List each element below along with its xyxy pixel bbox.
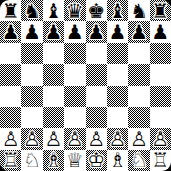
white-knight[interactable]: ♞♘ <box>21 150 42 171</box>
square-f7[interactable]: ♟ <box>107 21 128 42</box>
white-pawn[interactable]: ♟♙ <box>43 128 64 149</box>
piece-outline: ♙ <box>86 128 107 149</box>
piece-outline: ♙ <box>21 128 42 149</box>
square-g4[interactable] <box>128 86 149 107</box>
square-g8[interactable]: ♞ <box>128 0 149 21</box>
square-h7[interactable]: ♟ <box>150 21 171 42</box>
piece-outline: ♙ <box>107 128 128 149</box>
square-d3[interactable] <box>64 107 85 128</box>
square-c4[interactable] <box>43 86 64 107</box>
piece-outline: ♙ <box>64 128 85 149</box>
square-b3[interactable] <box>21 107 42 128</box>
piece-outline: ♖ <box>150 150 171 171</box>
square-d6[interactable] <box>64 43 85 64</box>
white-rook[interactable]: ♜♖ <box>150 150 171 171</box>
white-rook[interactable]: ♜♖ <box>0 150 21 171</box>
square-g1[interactable]: ♞♘ <box>128 150 149 171</box>
black-pawn[interactable]: ♟ <box>0 21 21 42</box>
piece-outline: ♕ <box>64 150 85 171</box>
white-pawn[interactable]: ♟♙ <box>150 128 171 149</box>
piece-outline: ♘ <box>128 150 149 171</box>
square-d4[interactable] <box>64 86 85 107</box>
square-g5[interactable] <box>128 64 149 85</box>
white-knight[interactable]: ♞♘ <box>128 150 149 171</box>
square-e5[interactable] <box>86 64 107 85</box>
square-a7[interactable]: ♟ <box>0 21 21 42</box>
square-c3[interactable] <box>43 107 64 128</box>
black-bishop[interactable]: ♝ <box>43 0 64 21</box>
piece-outline: ♙ <box>128 128 149 149</box>
black-pawn[interactable]: ♟ <box>43 21 64 42</box>
square-b2[interactable]: ♟♙ <box>21 128 42 149</box>
square-e7[interactable]: ♟ <box>86 21 107 42</box>
square-g6[interactable] <box>128 43 149 64</box>
square-f3[interactable] <box>107 107 128 128</box>
square-g7[interactable]: ♟ <box>128 21 149 42</box>
square-h8[interactable]: ♜ <box>150 0 171 21</box>
square-c2[interactable]: ♟♙ <box>43 128 64 149</box>
square-a8[interactable]: ♜ <box>0 0 21 21</box>
square-c5[interactable] <box>43 64 64 85</box>
piece-outline: ♔ <box>86 150 107 171</box>
square-f5[interactable] <box>107 64 128 85</box>
square-d8[interactable]: ♛ <box>64 0 85 21</box>
piece-outline: ♖ <box>0 150 21 171</box>
square-f4[interactable] <box>107 86 128 107</box>
piece-outline: ♙ <box>43 128 64 149</box>
black-pawn[interactable]: ♟ <box>86 21 107 42</box>
square-e2[interactable]: ♟♙ <box>86 128 107 149</box>
square-h4[interactable] <box>150 86 171 107</box>
square-b1[interactable]: ♞♘ <box>21 150 42 171</box>
piece-outline: ♗ <box>43 150 64 171</box>
piece-outline: ♘ <box>21 150 42 171</box>
square-a5[interactable] <box>0 64 21 85</box>
square-b5[interactable] <box>21 64 42 85</box>
black-pawn[interactable]: ♟ <box>64 21 85 42</box>
square-h3[interactable] <box>150 107 171 128</box>
black-pawn[interactable]: ♟ <box>21 21 42 42</box>
black-rook[interactable]: ♜ <box>0 0 21 21</box>
black-pawn[interactable]: ♟ <box>128 21 149 42</box>
square-e1[interactable]: ♚♔ <box>86 150 107 171</box>
piece-outline: ♙ <box>0 128 21 149</box>
square-c6[interactable] <box>43 43 64 64</box>
square-f1[interactable]: ♝♗ <box>107 150 128 171</box>
piece-outline: ♙ <box>150 128 171 149</box>
black-rook[interactable]: ♜ <box>150 0 171 21</box>
square-d5[interactable] <box>64 64 85 85</box>
white-pawn[interactable]: ♟♙ <box>107 128 128 149</box>
white-pawn[interactable]: ♟♙ <box>21 128 42 149</box>
white-king[interactable]: ♚♔ <box>86 150 107 171</box>
black-knight[interactable]: ♞ <box>21 0 42 21</box>
black-pawn[interactable]: ♟ <box>150 21 171 42</box>
white-pawn[interactable]: ♟♙ <box>0 128 21 149</box>
square-g2[interactable]: ♟♙ <box>128 128 149 149</box>
square-f6[interactable] <box>107 43 128 64</box>
square-a3[interactable] <box>0 107 21 128</box>
square-a1[interactable]: ♜♖ <box>0 150 21 171</box>
square-e3[interactable] <box>86 107 107 128</box>
black-king[interactable]: ♚ <box>86 0 107 21</box>
square-b4[interactable] <box>21 86 42 107</box>
square-c8[interactable]: ♝ <box>43 0 64 21</box>
white-pawn[interactable]: ♟♙ <box>86 128 107 149</box>
square-h6[interactable] <box>150 43 171 64</box>
square-g3[interactable] <box>128 107 149 128</box>
square-h1[interactable]: ♜♖ <box>150 150 171 171</box>
chess-window: ♜♞♝♛♚♝♞♜♟♟♟♟♟♟♟♟♟♙♟♙♟♙♟♙♟♙♟♙♟♙♟♙♜♖♞♘♝♗♛♕… <box>0 0 171 171</box>
square-d2[interactable]: ♟♙ <box>64 128 85 149</box>
square-e8[interactable]: ♚ <box>86 0 107 21</box>
square-h5[interactable] <box>150 64 171 85</box>
black-bishop[interactable]: ♝ <box>107 0 128 21</box>
white-queen[interactable]: ♛♕ <box>64 150 85 171</box>
square-a2[interactable]: ♟♙ <box>0 128 21 149</box>
square-e6[interactable] <box>86 43 107 64</box>
square-d7[interactable]: ♟ <box>64 21 85 42</box>
black-queen[interactable]: ♛ <box>64 0 85 21</box>
square-e4[interactable] <box>86 86 107 107</box>
white-pawn[interactable]: ♟♙ <box>128 128 149 149</box>
piece-outline: ♗ <box>107 150 128 171</box>
square-c1[interactable]: ♝♗ <box>43 150 64 171</box>
square-f8[interactable]: ♝ <box>107 0 128 21</box>
black-pawn[interactable]: ♟ <box>107 21 128 42</box>
square-b6[interactable] <box>21 43 42 64</box>
square-a6[interactable] <box>0 43 21 64</box>
square-b7[interactable]: ♟ <box>21 21 42 42</box>
white-bishop[interactable]: ♝♗ <box>107 150 128 171</box>
square-d1[interactable]: ♛♕ <box>64 150 85 171</box>
white-bishop[interactable]: ♝♗ <box>43 150 64 171</box>
chess-board: ♜♞♝♛♚♝♞♜♟♟♟♟♟♟♟♟♟♙♟♙♟♙♟♙♟♙♟♙♟♙♟♙♜♖♞♘♝♗♛♕… <box>0 0 171 171</box>
square-h2[interactable]: ♟♙ <box>150 128 171 149</box>
black-knight[interactable]: ♞ <box>128 0 149 21</box>
square-c7[interactable]: ♟ <box>43 21 64 42</box>
square-a4[interactable] <box>0 86 21 107</box>
square-f2[interactable]: ♟♙ <box>107 128 128 149</box>
square-b8[interactable]: ♞ <box>21 0 42 21</box>
white-pawn[interactable]: ♟♙ <box>64 128 85 149</box>
